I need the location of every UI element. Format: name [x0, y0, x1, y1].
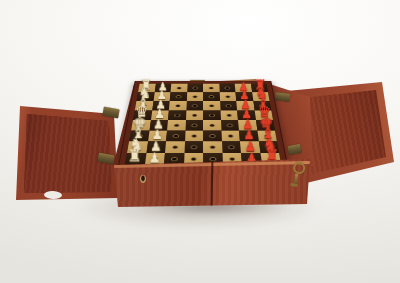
board-square[interactable]	[169, 101, 186, 110]
board-square[interactable]	[221, 141, 241, 152]
left-lid-finger-notch	[44, 191, 62, 200]
board-square[interactable]	[219, 92, 236, 101]
board-square[interactable]	[166, 130, 185, 141]
board-square[interactable]	[186, 101, 203, 110]
keyhole-escutcheon	[140, 175, 146, 183]
board-square[interactable]	[203, 130, 221, 141]
box-front-panel	[112, 158, 312, 208]
board-square[interactable]	[186, 110, 204, 120]
board-square[interactable]	[203, 84, 219, 92]
photo-background: ♜♟♟♜♞♟♟♞♝♟♟♝♛♟♟♛♚♟♟♚♝♟♟♝♞♟♟♞♜♟♟♜	[0, 0, 400, 283]
board-square[interactable]	[184, 141, 203, 152]
key-stem	[294, 174, 299, 184]
board-square[interactable]	[171, 84, 188, 92]
board-square[interactable]	[170, 92, 187, 101]
board-square[interactable]	[203, 92, 220, 101]
board-square[interactable]	[203, 141, 222, 152]
board-square[interactable]: ♜	[125, 153, 146, 165]
chess-board: ♜♟♟♜♞♟♟♞♝♟♟♝♛♟♟♛♚♟♟♚♝♟♟♝♞♟♟♞♜♟♟♜	[119, 81, 288, 168]
box-center-seam	[211, 159, 214, 206]
board-square[interactable]	[185, 130, 203, 141]
chess-piece-white-rook[interactable]: ♜	[125, 148, 145, 165]
board-square[interactable]	[203, 120, 221, 130]
board-square[interactable]	[165, 141, 185, 152]
chess-piece-white-pawn[interactable]: ♟	[144, 151, 164, 164]
board-square[interactable]	[221, 120, 239, 130]
board-square[interactable]	[186, 92, 203, 101]
board-square[interactable]	[203, 101, 220, 110]
board-square[interactable]	[168, 110, 186, 120]
board-square[interactable]	[203, 110, 221, 120]
board-square[interactable]	[187, 84, 203, 92]
brass-catch-icon	[275, 92, 291, 102]
board-square[interactable]	[185, 120, 203, 130]
board-square[interactable]	[219, 84, 236, 92]
board-square[interactable]	[220, 101, 237, 110]
board-square[interactable]: ♟	[144, 153, 165, 165]
board-square[interactable]	[221, 130, 240, 141]
board-square[interactable]	[167, 120, 185, 130]
key-bit	[290, 183, 297, 187]
board-square[interactable]	[220, 110, 238, 120]
